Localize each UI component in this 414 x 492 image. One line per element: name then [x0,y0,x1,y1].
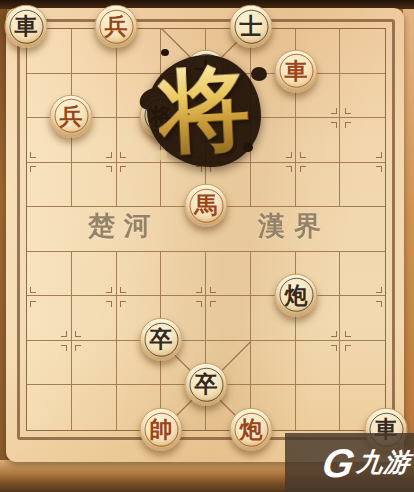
piece-character: 兵 [60,103,83,126]
table-wood-right-edge [403,9,414,464]
watermark-banner: G 九游 [285,433,414,492]
piece-black-soldier-2[interactable]: 卒 [185,363,228,406]
piece-character: 士 [240,14,263,37]
piece-character: 士 [195,59,218,82]
piece-black-advisor-2[interactable]: 士 [185,50,228,93]
piece-red-soldier-2[interactable]: 兵 [50,94,93,137]
piece-character: 卒 [150,327,173,350]
piece-black-soldier-1[interactable]: 卒 [140,318,183,361]
watermark-brand-text: 九游 [355,445,413,480]
piece-red-chariot-1[interactable]: 車 [275,50,318,93]
xiangqi-board[interactable]: 楚河 漢界 車兵士士車兵将馬炮卒卒帥炮車 [6,8,404,462]
piece-red-general[interactable]: 帥 [140,408,183,451]
jiuyou-logo-icon: G [319,443,357,483]
piece-character: 兵 [105,14,128,37]
piece-character: 車 [15,14,38,37]
piece-character: 炮 [285,282,308,305]
piece-character: 馬 [195,193,218,216]
piece-red-soldier-1[interactable]: 兵 [95,5,138,48]
piece-character: 卒 [195,372,218,395]
piece-black-advisor-1[interactable]: 士 [230,5,273,48]
piece-black-general[interactable]: 将 [140,94,183,137]
piece-character: 車 [285,59,308,82]
pieces-layer: 車兵士士車兵将馬炮卒卒帥炮車 [26,28,386,431]
piece-red-cannon-1[interactable]: 炮 [230,408,273,451]
piece-character: 将 [150,103,173,126]
piece-black-chariot-1[interactable]: 車 [5,5,48,48]
piece-character: 炮 [240,417,263,440]
piece-character: 帥 [150,417,173,440]
piece-black-cannon-1[interactable]: 炮 [275,273,318,316]
piece-red-horse-1[interactable]: 馬 [185,184,228,227]
